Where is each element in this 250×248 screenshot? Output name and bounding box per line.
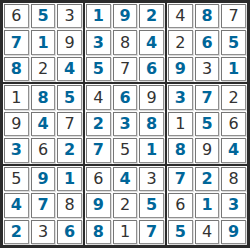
- cell-r9c2: 3: [31, 220, 56, 244]
- cell-r8c9[interactable]: 3: [221, 193, 246, 217]
- cell-r2c7: 2: [168, 30, 193, 54]
- cell-r7c4: 6: [86, 167, 111, 191]
- cell-r2c9[interactable]: 5: [221, 30, 246, 54]
- cell-r8c5: 2: [113, 193, 138, 217]
- cell-r1c6[interactable]: 2: [139, 4, 164, 28]
- cell-r7c9: 8: [221, 167, 246, 191]
- cell-r2c6[interactable]: 4: [139, 30, 164, 54]
- cell-r7c5[interactable]: 4: [113, 167, 138, 191]
- cell-r8c1[interactable]: 4: [4, 193, 29, 217]
- cell-r6c8: 9: [195, 138, 220, 162]
- cell-r4c9: 2: [221, 85, 246, 109]
- cell-r5c7: 1: [168, 112, 193, 136]
- cell-r1c1: 6: [4, 4, 29, 28]
- cell-r6c2: 6: [31, 138, 56, 162]
- cell-r5c9: 6: [221, 112, 246, 136]
- sudoku-board: 6537198241923845764872659311859473624692…: [0, 0, 250, 248]
- cell-r5c1: 9: [4, 112, 29, 136]
- cell-r2c4[interactable]: 3: [86, 30, 111, 54]
- cell-r4c4: 4: [86, 85, 111, 109]
- cell-r7c7[interactable]: 7: [168, 167, 193, 191]
- box-8: 643925817: [84, 165, 166, 246]
- cell-r6c3[interactable]: 2: [57, 138, 82, 162]
- cell-r5c4[interactable]: 2: [86, 112, 111, 136]
- cell-r5c2[interactable]: 4: [31, 112, 56, 136]
- cell-r1c9: 7: [221, 4, 246, 28]
- cell-r6c7[interactable]: 8: [168, 138, 193, 162]
- cell-r3c1[interactable]: 8: [4, 57, 29, 81]
- cell-r9c7[interactable]: 5: [168, 220, 193, 244]
- cell-r2c3: 9: [57, 30, 82, 54]
- cell-r1c3: 3: [57, 4, 82, 28]
- cell-r1c4[interactable]: 1: [86, 4, 111, 28]
- box-9: 728613549: [166, 165, 248, 246]
- cell-r3c5: 7: [113, 57, 138, 81]
- cell-r4c5[interactable]: 6: [113, 85, 138, 109]
- box-3: 487265931: [166, 2, 248, 83]
- cell-r9c1[interactable]: 2: [4, 220, 29, 244]
- box-1: 653719824: [2, 2, 84, 83]
- cell-r1c5[interactable]: 9: [113, 4, 138, 28]
- cell-r6c5: 5: [113, 138, 138, 162]
- cell-r2c5: 8: [113, 30, 138, 54]
- box-2: 192384576: [84, 2, 166, 83]
- cell-r6c9[interactable]: 4: [221, 138, 246, 162]
- cell-r1c7: 4: [168, 4, 193, 28]
- cell-r5c8[interactable]: 5: [195, 112, 220, 136]
- cell-r4c2[interactable]: 8: [31, 85, 56, 109]
- cell-r8c7: 6: [168, 193, 193, 217]
- cell-r9c8: 4: [195, 220, 220, 244]
- box-4: 185947362: [2, 83, 84, 164]
- cell-r8c8[interactable]: 1: [195, 193, 220, 217]
- cell-r7c8[interactable]: 2: [195, 167, 220, 191]
- box-7: 591478236: [2, 165, 84, 246]
- cell-r7c1: 5: [4, 167, 29, 191]
- cell-r8c6[interactable]: 5: [139, 193, 164, 217]
- cell-r3c9[interactable]: 1: [221, 57, 246, 81]
- box-6: 372156894: [166, 83, 248, 164]
- cell-r5c3: 7: [57, 112, 82, 136]
- cell-r4c7[interactable]: 3: [168, 85, 193, 109]
- cell-r5c5[interactable]: 3: [113, 112, 138, 136]
- cell-r2c8[interactable]: 6: [195, 30, 220, 54]
- cell-r4c3[interactable]: 5: [57, 85, 82, 109]
- cell-r7c6: 3: [139, 167, 164, 191]
- cell-r3c8: 3: [195, 57, 220, 81]
- box-5: 469238751: [84, 83, 166, 164]
- cell-r9c3[interactable]: 6: [57, 220, 82, 244]
- cell-r4c6: 9: [139, 85, 164, 109]
- cell-r7c2[interactable]: 9: [31, 167, 56, 191]
- cell-r1c2[interactable]: 5: [31, 4, 56, 28]
- cell-r8c2[interactable]: 7: [31, 193, 56, 217]
- cell-r3c2: 2: [31, 57, 56, 81]
- cell-r9c9[interactable]: 9: [221, 220, 246, 244]
- cell-r3c4[interactable]: 5: [86, 57, 111, 81]
- cell-r3c3[interactable]: 4: [57, 57, 82, 81]
- cell-r4c1: 1: [4, 85, 29, 109]
- cell-r7c3[interactable]: 1: [57, 167, 82, 191]
- cell-r3c7[interactable]: 9: [168, 57, 193, 81]
- cell-r6c6[interactable]: 1: [139, 138, 164, 162]
- cell-r9c6[interactable]: 7: [139, 220, 164, 244]
- cell-r3c6[interactable]: 6: [139, 57, 164, 81]
- cell-r8c3: 8: [57, 193, 82, 217]
- cell-r6c1[interactable]: 3: [4, 138, 29, 162]
- cell-r1c8[interactable]: 8: [195, 4, 220, 28]
- cell-r4c8[interactable]: 7: [195, 85, 220, 109]
- cell-r5c6[interactable]: 8: [139, 112, 164, 136]
- cell-r9c4[interactable]: 8: [86, 220, 111, 244]
- cell-r8c4[interactable]: 9: [86, 193, 111, 217]
- cell-r2c1[interactable]: 7: [4, 30, 29, 54]
- cell-r6c4[interactable]: 7: [86, 138, 111, 162]
- cell-r2c2[interactable]: 1: [31, 30, 56, 54]
- cell-r9c5: 1: [113, 220, 138, 244]
